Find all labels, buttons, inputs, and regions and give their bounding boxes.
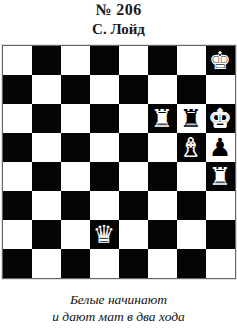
puzzle-author: С. Лойд bbox=[0, 21, 237, 38]
white-queen-piece: ♛ bbox=[93, 220, 115, 249]
stipulation-line-1: Белые начинают bbox=[0, 291, 237, 308]
square-d3 bbox=[90, 191, 119, 220]
puzzle-page: № 206 С. Лойд ♚♜♜♚♝♟♜♛ Белые начинают и … bbox=[0, 0, 237, 332]
square-h2 bbox=[206, 220, 235, 249]
square-g8 bbox=[177, 46, 206, 75]
square-g4 bbox=[177, 162, 206, 191]
square-g6: ♜ bbox=[177, 104, 206, 133]
black-rook-piece: ♜ bbox=[180, 104, 202, 133]
square-g2 bbox=[177, 220, 206, 249]
square-b3 bbox=[32, 191, 61, 220]
square-e7 bbox=[119, 75, 148, 104]
white-rook-piece: ♜ bbox=[209, 162, 231, 191]
square-e1 bbox=[119, 249, 148, 278]
square-c8 bbox=[61, 46, 90, 75]
square-d5 bbox=[90, 133, 119, 162]
square-c3 bbox=[61, 191, 90, 220]
square-c7 bbox=[61, 75, 90, 104]
square-f4 bbox=[148, 162, 177, 191]
white-rook-piece: ♜ bbox=[151, 104, 173, 133]
black-bishop-piece: ♝ bbox=[180, 133, 202, 162]
square-a6 bbox=[3, 104, 32, 133]
black-pawn-piece: ♟ bbox=[209, 133, 231, 162]
square-a7 bbox=[3, 75, 32, 104]
square-e2 bbox=[119, 220, 148, 249]
square-g3 bbox=[177, 191, 206, 220]
square-a1 bbox=[3, 249, 32, 278]
square-c1 bbox=[61, 249, 90, 278]
square-a5 bbox=[3, 133, 32, 162]
square-h1 bbox=[206, 249, 235, 278]
header: № 206 С. Лойд bbox=[0, 0, 237, 38]
square-b8 bbox=[32, 46, 61, 75]
square-b7 bbox=[32, 75, 61, 104]
stipulation-line-2: и дают мат в два хода bbox=[0, 308, 237, 325]
square-d7 bbox=[90, 75, 119, 104]
square-f7 bbox=[148, 75, 177, 104]
square-c2 bbox=[61, 220, 90, 249]
square-b2 bbox=[32, 220, 61, 249]
square-h3 bbox=[206, 191, 235, 220]
stipulation: Белые начинают и дают мат в два хода bbox=[0, 291, 237, 325]
square-c5 bbox=[61, 133, 90, 162]
square-h7 bbox=[206, 75, 235, 104]
white-king-piece: ♚ bbox=[209, 46, 231, 75]
square-c4 bbox=[61, 162, 90, 191]
square-g5: ♝ bbox=[177, 133, 206, 162]
square-d1 bbox=[90, 249, 119, 278]
square-e5 bbox=[119, 133, 148, 162]
square-f5 bbox=[148, 133, 177, 162]
square-d6 bbox=[90, 104, 119, 133]
square-b1 bbox=[32, 249, 61, 278]
square-h8: ♚ bbox=[206, 46, 235, 75]
square-d4 bbox=[90, 162, 119, 191]
square-g7 bbox=[177, 75, 206, 104]
square-e3 bbox=[119, 191, 148, 220]
square-e8 bbox=[119, 46, 148, 75]
square-g1 bbox=[177, 249, 206, 278]
square-e6 bbox=[119, 104, 148, 133]
square-f2 bbox=[148, 220, 177, 249]
square-a8 bbox=[3, 46, 32, 75]
square-a4 bbox=[3, 162, 32, 191]
square-f1 bbox=[148, 249, 177, 278]
square-a2 bbox=[3, 220, 32, 249]
square-h6: ♚ bbox=[206, 104, 235, 133]
square-h5: ♟ bbox=[206, 133, 235, 162]
square-c6 bbox=[61, 104, 90, 133]
chess-board: ♚♜♜♚♝♟♜♛ bbox=[2, 45, 236, 279]
black-king-piece: ♚ bbox=[209, 104, 231, 133]
square-b4 bbox=[32, 162, 61, 191]
square-b6 bbox=[32, 104, 61, 133]
square-h4: ♜ bbox=[206, 162, 235, 191]
square-f8 bbox=[148, 46, 177, 75]
square-d8 bbox=[90, 46, 119, 75]
square-e4 bbox=[119, 162, 148, 191]
square-f3 bbox=[148, 191, 177, 220]
square-d2: ♛ bbox=[90, 220, 119, 249]
square-b5 bbox=[32, 133, 61, 162]
square-a3 bbox=[3, 191, 32, 220]
puzzle-number: № 206 bbox=[0, 0, 237, 19]
square-f6: ♜ bbox=[148, 104, 177, 133]
